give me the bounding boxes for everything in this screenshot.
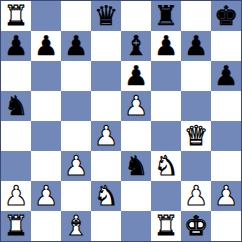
square-b2[interactable]: ♟ (31, 181, 61, 211)
square-h2[interactable]: ♟ (211, 181, 241, 211)
black-knight-e3[interactable]: ♞ (124, 152, 148, 179)
black-pawn-g7[interactable]: ♟ (184, 32, 208, 59)
square-f1[interactable]: ♜ (151, 211, 181, 241)
square-g8[interactable] (181, 1, 211, 31)
square-a8[interactable]: ♜ (1, 1, 31, 31)
square-a3[interactable] (1, 151, 31, 181)
square-e5[interactable]: ♟ (121, 91, 151, 121)
white-rook-a8[interactable]: ♜ (4, 2, 28, 29)
square-c7[interactable]: ♟ (61, 31, 91, 61)
white-rook-f1[interactable]: ♜ (154, 212, 178, 239)
white-knight-d2[interactable]: ♞ (94, 182, 118, 209)
square-c5[interactable] (61, 91, 91, 121)
square-f7[interactable]: ♟ (151, 31, 181, 61)
square-d1[interactable] (91, 211, 121, 241)
square-b5[interactable] (31, 91, 61, 121)
square-g6[interactable] (181, 61, 211, 91)
square-h8[interactable]: ♚ (211, 1, 241, 31)
square-c8[interactable] (61, 1, 91, 31)
square-h6[interactable]: ♟ (211, 61, 241, 91)
square-b7[interactable]: ♟ (31, 31, 61, 61)
square-h3[interactable] (211, 151, 241, 181)
black-queen-d8[interactable]: ♛ (94, 2, 118, 29)
white-pawn-d4[interactable]: ♟ (94, 122, 118, 149)
square-b4[interactable] (31, 121, 61, 151)
square-c6[interactable] (61, 61, 91, 91)
square-d6[interactable] (91, 61, 121, 91)
white-pawn-h2[interactable]: ♟ (214, 182, 238, 209)
white-pawn-e5[interactable]: ♟ (124, 92, 148, 119)
square-h4[interactable] (211, 121, 241, 151)
square-g3[interactable] (181, 151, 211, 181)
square-g7[interactable]: ♟ (181, 31, 211, 61)
square-a6[interactable] (1, 61, 31, 91)
black-bishop-e7[interactable]: ♝ (124, 32, 148, 59)
square-g2[interactable]: ♟ (181, 181, 211, 211)
square-g5[interactable] (181, 91, 211, 121)
square-e6[interactable]: ♟ (121, 61, 151, 91)
white-pawn-c3[interactable]: ♟ (64, 152, 88, 179)
square-c1[interactable]: ♝ (61, 211, 91, 241)
black-pawn-e6[interactable]: ♟ (124, 62, 148, 89)
square-g1[interactable]: ♚ (181, 211, 211, 241)
square-e7[interactable]: ♝ (121, 31, 151, 61)
square-a5[interactable]: ♞ (1, 91, 31, 121)
white-rook-a1[interactable]: ♜ (4, 212, 28, 239)
black-pawn-f7[interactable]: ♟ (154, 32, 178, 59)
square-e2[interactable] (121, 181, 151, 211)
square-a7[interactable]: ♟ (1, 31, 31, 61)
square-h7[interactable] (211, 31, 241, 61)
square-b8[interactable] (31, 1, 61, 31)
white-knight-f3[interactable]: ♞ (154, 152, 178, 179)
chess-board: ♜♛♜♚♟♟♟♝♟♟♟♟♞♟♟♛♟♞♞♟♟♞♟♟♜♝♜♚ (0, 0, 242, 242)
white-pawn-a2[interactable]: ♟ (4, 182, 28, 209)
square-e1[interactable] (121, 211, 151, 241)
square-f5[interactable] (151, 91, 181, 121)
square-a4[interactable] (1, 121, 31, 151)
square-c3[interactable]: ♟ (61, 151, 91, 181)
square-d3[interactable] (91, 151, 121, 181)
square-f8[interactable]: ♜ (151, 1, 181, 31)
square-g4[interactable]: ♛ (181, 121, 211, 151)
square-f4[interactable] (151, 121, 181, 151)
white-pawn-b2[interactable]: ♟ (34, 182, 58, 209)
square-c2[interactable] (61, 181, 91, 211)
square-d8[interactable]: ♛ (91, 1, 121, 31)
square-e4[interactable] (121, 121, 151, 151)
black-pawn-a7[interactable]: ♟ (4, 32, 28, 59)
square-e3[interactable]: ♞ (121, 151, 151, 181)
black-knight-a5[interactable]: ♞ (4, 92, 28, 119)
black-pawn-h6[interactable]: ♟ (214, 62, 238, 89)
square-b1[interactable] (31, 211, 61, 241)
square-f3[interactable]: ♞ (151, 151, 181, 181)
white-king-g1[interactable]: ♚ (184, 212, 208, 239)
square-c4[interactable] (61, 121, 91, 151)
white-bishop-c1[interactable]: ♝ (64, 212, 88, 239)
black-king-h8[interactable]: ♚ (214, 2, 238, 29)
square-b6[interactable] (31, 61, 61, 91)
white-queen-g4[interactable]: ♛ (184, 122, 208, 149)
square-a1[interactable]: ♜ (1, 211, 31, 241)
square-b3[interactable] (31, 151, 61, 181)
square-h5[interactable] (211, 91, 241, 121)
black-rook-f8[interactable]: ♜ (154, 2, 178, 29)
square-d7[interactable] (91, 31, 121, 61)
square-f6[interactable] (151, 61, 181, 91)
square-a2[interactable]: ♟ (1, 181, 31, 211)
square-d5[interactable] (91, 91, 121, 121)
square-d4[interactable]: ♟ (91, 121, 121, 151)
square-h1[interactable] (211, 211, 241, 241)
white-pawn-g2[interactable]: ♟ (184, 182, 208, 209)
black-pawn-b7[interactable]: ♟ (34, 32, 58, 59)
square-d2[interactable]: ♞ (91, 181, 121, 211)
square-e8[interactable] (121, 1, 151, 31)
square-f2[interactable] (151, 181, 181, 211)
black-pawn-c7[interactable]: ♟ (64, 32, 88, 59)
